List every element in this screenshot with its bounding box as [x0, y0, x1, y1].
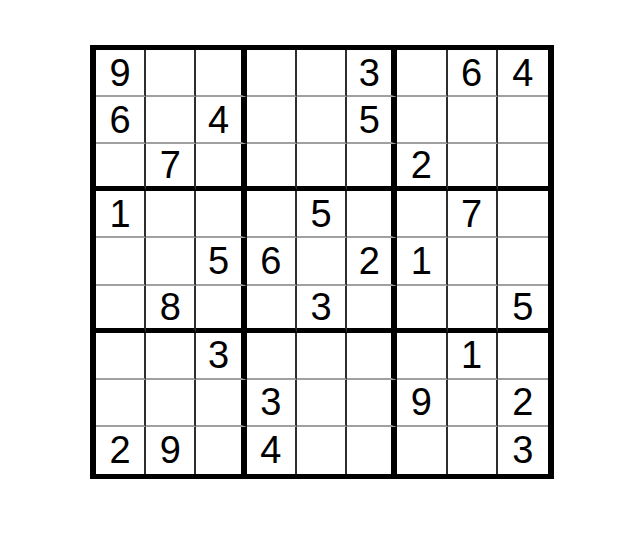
cell-r2c7[interactable] — [397, 97, 447, 144]
cell-r7c8: 1 — [448, 333, 498, 380]
cell-r5c6: 2 — [347, 238, 397, 285]
cell-r4c5: 5 — [297, 191, 347, 238]
cell-r8c6[interactable] — [347, 380, 397, 427]
cell-r7c4[interactable] — [247, 333, 297, 380]
cell-r4c4[interactable] — [247, 191, 297, 238]
cell-r6c3[interactable] — [196, 286, 246, 333]
cell-r5c9[interactable] — [498, 238, 548, 285]
cell-r8c3[interactable] — [196, 380, 246, 427]
cell-r6c1[interactable] — [96, 286, 146, 333]
cell-r1c8: 6 — [448, 50, 498, 97]
cell-r5c3: 5 — [196, 238, 246, 285]
cell-r1c2[interactable] — [146, 50, 196, 97]
cell-r3c4[interactable] — [247, 144, 297, 191]
cell-r4c3[interactable] — [196, 191, 246, 238]
cell-r4c9[interactable] — [498, 191, 548, 238]
cell-r6c8[interactable] — [448, 286, 498, 333]
cell-r3c3[interactable] — [196, 144, 246, 191]
cell-r7c3: 3 — [196, 333, 246, 380]
cell-r7c1[interactable] — [96, 333, 146, 380]
cell-r9c2: 9 — [146, 427, 196, 474]
cell-r1c6: 3 — [347, 50, 397, 97]
cell-r4c1: 1 — [96, 191, 146, 238]
cell-r6c4[interactable] — [247, 286, 297, 333]
cell-r7c6[interactable] — [347, 333, 397, 380]
cell-r3c5[interactable] — [297, 144, 347, 191]
cell-r7c7[interactable] — [397, 333, 447, 380]
cell-r9c4: 4 — [247, 427, 297, 474]
cell-r9c7[interactable] — [397, 427, 447, 474]
cell-r3c7: 2 — [397, 144, 447, 191]
cell-r3c6[interactable] — [347, 144, 397, 191]
cell-r4c6[interactable] — [347, 191, 397, 238]
cell-r6c5: 3 — [297, 286, 347, 333]
cell-r2c4[interactable] — [247, 97, 297, 144]
cell-r8c7: 9 — [397, 380, 447, 427]
cell-r2c9[interactable] — [498, 97, 548, 144]
cell-r4c7[interactable] — [397, 191, 447, 238]
cell-r1c9: 4 — [498, 50, 548, 97]
cell-r2c6: 5 — [347, 97, 397, 144]
cell-r5c1[interactable] — [96, 238, 146, 285]
cell-r4c2[interactable] — [146, 191, 196, 238]
cell-r6c2: 8 — [146, 286, 196, 333]
cell-r1c1: 9 — [96, 50, 146, 97]
cell-r9c1: 2 — [96, 427, 146, 474]
cell-r1c7[interactable] — [397, 50, 447, 97]
cell-r2c5[interactable] — [297, 97, 347, 144]
cell-r6c9: 5 — [498, 286, 548, 333]
cell-r9c6[interactable] — [347, 427, 397, 474]
sudoku-board: 9364645721575621835313922943 — [90, 45, 554, 479]
cell-r2c3: 4 — [196, 97, 246, 144]
cell-r7c5[interactable] — [297, 333, 347, 380]
cell-r9c8[interactable] — [448, 427, 498, 474]
cell-r5c2[interactable] — [146, 238, 196, 285]
cell-r8c8[interactable] — [448, 380, 498, 427]
cell-r2c1: 6 — [96, 97, 146, 144]
cell-r3c9[interactable] — [498, 144, 548, 191]
cell-r9c9: 3 — [498, 427, 548, 474]
cell-r5c4: 6 — [247, 238, 297, 285]
cell-r5c5[interactable] — [297, 238, 347, 285]
cell-r8c9: 2 — [498, 380, 548, 427]
cell-r8c1[interactable] — [96, 380, 146, 427]
cell-r9c5[interactable] — [297, 427, 347, 474]
cell-r8c4: 3 — [247, 380, 297, 427]
cell-r5c7: 1 — [397, 238, 447, 285]
cell-r1c5[interactable] — [297, 50, 347, 97]
cell-r2c8[interactable] — [448, 97, 498, 144]
cell-r3c2: 7 — [146, 144, 196, 191]
cell-r6c7[interactable] — [397, 286, 447, 333]
cell-r7c9[interactable] — [498, 333, 548, 380]
cell-r7c2[interactable] — [146, 333, 196, 380]
cell-r8c5[interactable] — [297, 380, 347, 427]
cell-r3c1[interactable] — [96, 144, 146, 191]
cell-r5c8[interactable] — [448, 238, 498, 285]
cell-r1c3[interactable] — [196, 50, 246, 97]
cell-r4c8: 7 — [448, 191, 498, 238]
cell-r2c2[interactable] — [146, 97, 196, 144]
cell-r8c2[interactable] — [146, 380, 196, 427]
cell-r6c6[interactable] — [347, 286, 397, 333]
cell-r3c8[interactable] — [448, 144, 498, 191]
cell-r9c3[interactable] — [196, 427, 246, 474]
cell-r1c4[interactable] — [247, 50, 297, 97]
